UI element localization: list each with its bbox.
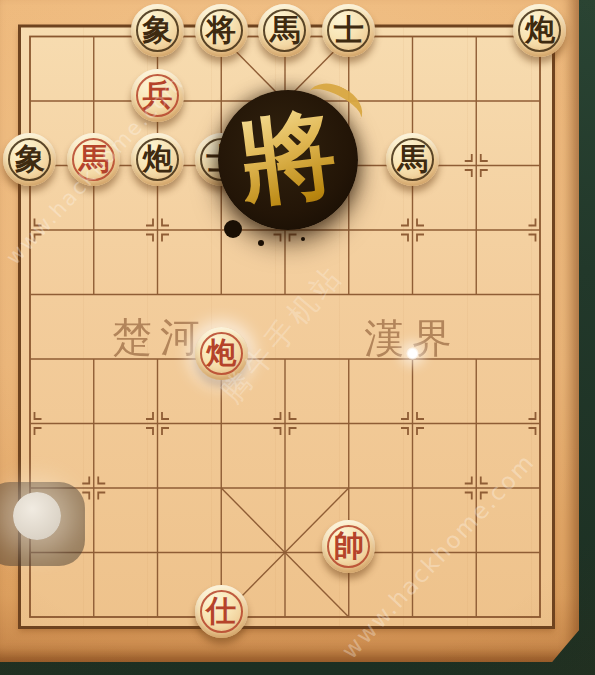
point-8-2[interactable] [508,133,572,198]
point-4-7[interactable] [253,456,317,521]
point-0-4[interactable] [0,262,62,327]
point-8-5[interactable] [508,327,572,392]
piece-black-advisor[interactable]: 士 [322,4,375,57]
piece-glyph: 帥 [334,531,364,561]
piece-black-elephant[interactable]: 象 [3,133,56,186]
point-0-1[interactable] [0,69,62,134]
xiangqi-game-screen: 楚河 漢界 象将馬士炮兵象馬炮士馬炮帥仕 將 www.hackhome.com … [0,0,595,675]
point-8-3[interactable] [508,198,572,263]
point-7-6[interactable] [444,391,508,456]
point-8-7[interactable] [508,456,572,521]
piece-glyph: 仕 [206,596,236,626]
piece-black-general[interactable]: 将 [195,4,248,57]
point-0-9[interactable] [0,585,62,650]
point-7-7[interactable] [444,456,508,521]
piece-glyph: 炮 [142,144,172,174]
piece-black-horse[interactable]: 馬 [258,4,311,57]
point-1-6[interactable] [62,391,126,456]
point-4-0[interactable]: 馬 [253,4,317,69]
point-1-4[interactable] [62,262,126,327]
check-banner: 將 [218,90,358,230]
piece-red-general[interactable]: 帥 [322,520,375,573]
point-2-8[interactable] [126,520,190,585]
point-0-2[interactable]: 象 [0,133,62,198]
point-7-3[interactable] [444,198,508,263]
point-1-5[interactable] [62,327,126,392]
point-0-0[interactable] [0,4,62,69]
point-4-8[interactable] [253,520,317,585]
piece-red-soldier[interactable]: 兵 [131,69,184,122]
point-3-4[interactable] [189,262,253,327]
point-8-0[interactable]: 炮 [508,4,572,69]
point-1-0[interactable] [62,4,126,69]
point-2-0[interactable]: 象 [126,4,190,69]
piece-glyph: 兵 [142,80,172,110]
point-1-3[interactable] [62,198,126,263]
point-0-5[interactable] [0,327,62,392]
point-6-9[interactable] [381,585,445,650]
point-5-5[interactable] [317,327,381,392]
piece-red-cannon[interactable]: 炮 [195,327,248,380]
point-3-0[interactable]: 将 [189,4,253,69]
piece-glyph: 将 [206,15,236,45]
point-2-7[interactable] [126,456,190,521]
piece-glyph: 象 [142,15,172,45]
piece-glyph: 炮 [525,15,555,45]
point-6-8[interactable] [381,520,445,585]
point-2-3[interactable] [126,198,190,263]
point-8-4[interactable] [508,262,572,327]
point-2-4[interactable] [126,262,190,327]
piece-glyph: 馬 [270,15,300,45]
point-8-6[interactable] [508,391,572,456]
point-6-0[interactable] [381,4,445,69]
check-banner-glyph: 將 [232,90,343,231]
point-1-9[interactable] [62,585,126,650]
point-5-4[interactable] [317,262,381,327]
piece-black-cannon[interactable]: 炮 [513,4,566,57]
point-0-3[interactable] [0,198,62,263]
point-7-9[interactable] [444,585,508,650]
point-2-1[interactable]: 兵 [126,69,190,134]
piece-black-cannon[interactable]: 炮 [131,133,184,186]
point-2-2[interactable]: 炮 [126,133,190,198]
point-6-7[interactable] [381,456,445,521]
piece-glyph: 馬 [397,144,427,174]
point-6-4[interactable] [381,262,445,327]
piece-red-horse[interactable]: 馬 [67,133,120,186]
piece-glyph: 馬 [79,144,109,174]
point-3-8[interactable] [189,520,253,585]
piece-red-advisor[interactable]: 仕 [195,585,248,638]
point-0-6[interactable] [0,391,62,456]
point-7-8[interactable] [444,520,508,585]
touch-indicator-dot [13,492,61,540]
point-6-3[interactable] [381,198,445,263]
point-5-9[interactable] [317,585,381,650]
piece-black-horse[interactable]: 馬 [386,133,439,186]
point-6-1[interactable] [381,69,445,134]
point-4-5[interactable] [253,327,317,392]
point-3-6[interactable] [189,391,253,456]
point-6-2[interactable]: 馬 [381,133,445,198]
point-1-1[interactable] [62,69,126,134]
point-1-2[interactable]: 馬 [62,133,126,198]
piece-black-elephant[interactable]: 象 [131,4,184,57]
point-2-5[interactable] [126,327,190,392]
point-5-8[interactable]: 帥 [317,520,381,585]
point-4-6[interactable] [253,391,317,456]
touch-indicator [0,482,85,566]
point-7-2[interactable] [444,133,508,198]
point-8-8[interactable] [508,520,572,585]
point-2-6[interactable] [126,391,190,456]
point-4-4[interactable] [253,262,317,327]
piece-glyph: 炮 [206,338,236,368]
point-6-6[interactable] [381,391,445,456]
piece-glyph: 士 [334,15,364,45]
point-8-9[interactable] [508,585,572,650]
point-2-9[interactable] [126,585,190,650]
point-7-4[interactable] [444,262,508,327]
point-7-1[interactable] [444,69,508,134]
piece-glyph: 象 [15,144,45,174]
point-3-7[interactable] [189,456,253,521]
point-3-5[interactable]: 炮 [189,327,253,392]
point-4-9[interactable] [253,585,317,650]
point-5-0[interactable]: 士 [317,4,381,69]
point-7-0[interactable] [444,4,508,69]
point-7-5[interactable] [444,327,508,392]
point-6-5[interactable] [381,327,445,392]
point-5-6[interactable] [317,391,381,456]
point-8-1[interactable] [508,69,572,134]
point-5-7[interactable] [317,456,381,521]
point-3-9[interactable]: 仕 [189,585,253,650]
